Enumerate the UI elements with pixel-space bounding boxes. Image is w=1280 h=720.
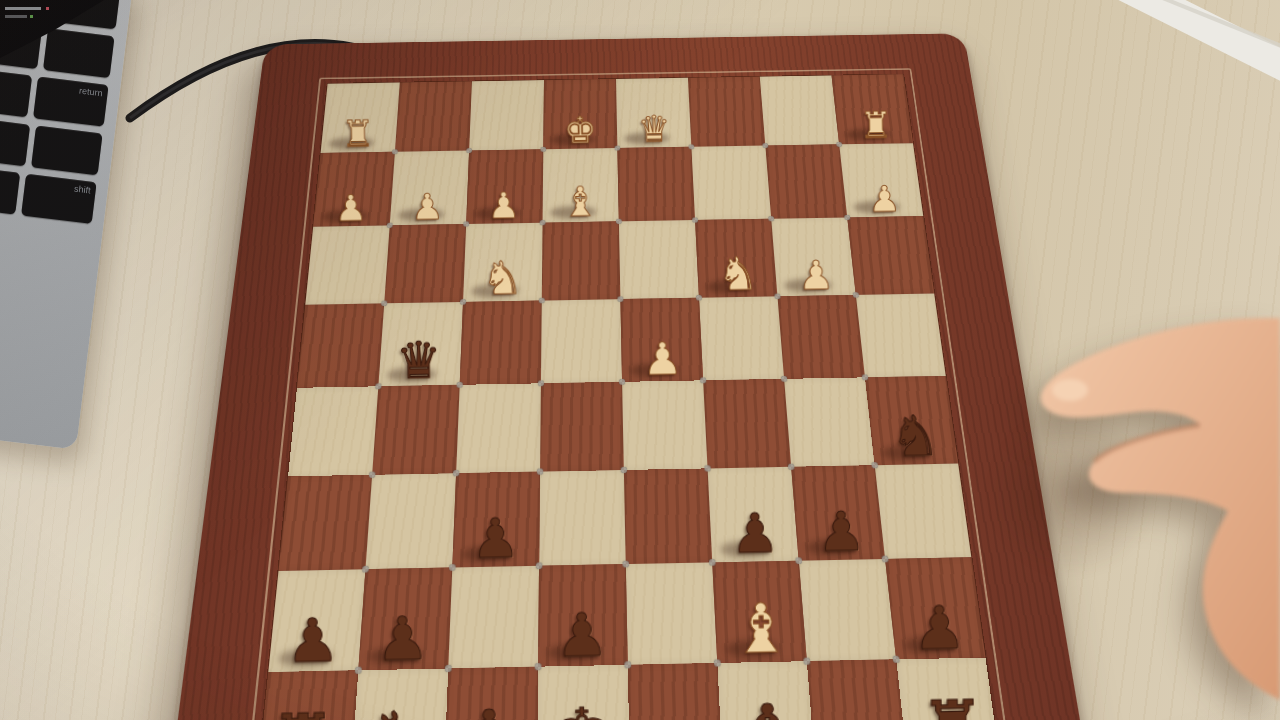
square-b8 [807, 659, 908, 720]
square-a2: ♟ [839, 143, 923, 217]
square-h6 [279, 475, 373, 571]
square-f1 [469, 80, 544, 150]
square-g4: ♛ [378, 302, 463, 386]
square-g1 [395, 81, 472, 152]
square-e7: ♟ [538, 564, 628, 667]
black-rook-a8: ♜ [896, 658, 1000, 720]
square-h4 [297, 303, 384, 387]
square-f5 [456, 383, 541, 473]
square-g5 [372, 385, 460, 475]
white-rook-a1: ♜ [832, 74, 913, 144]
square-d7 [626, 562, 718, 664]
square-c8: ♝ [717, 661, 815, 720]
square-g8: ♞ [351, 668, 449, 720]
square-a1: ♜ [832, 74, 913, 144]
black-pawn-a7: ♟ [885, 557, 985, 659]
square-a3 [847, 216, 934, 295]
square-c7: ♝ [712, 561, 807, 663]
white-pawn-f2: ♟ [466, 149, 543, 224]
square-d8 [628, 663, 723, 720]
square-e8: ♚ [537, 665, 630, 720]
square-h8: ♜ [257, 670, 358, 720]
keyboard-key [0, 168, 20, 215]
square-a7: ♟ [885, 557, 985, 659]
white-queen-d1: ♛ [616, 78, 691, 148]
square-b2 [765, 144, 847, 218]
black-pawn-g7: ♟ [358, 567, 452, 670]
keyboard-key [0, 71, 32, 118]
black-pawn-c6: ♟ [708, 467, 799, 563]
square-b6: ♟ [791, 465, 885, 560]
hexagon-logo [0, 298, 3, 436]
square-d4: ♟ [620, 298, 703, 382]
chess-board: ♜♚♛♜♟♟♟♝♟♞♞♟♛♟♞♟♟♟♟♟♟♝♟♜♞♝♚♝♜ [162, 33, 1097, 720]
keyboard-key-return: return [33, 76, 108, 126]
square-c4 [699, 296, 784, 380]
black-pawn-b6: ♟ [791, 465, 885, 560]
screen-text-line [5, 15, 27, 18]
white-king-e1: ♚ [543, 79, 617, 149]
square-e3 [542, 221, 621, 300]
hand-silhouette [1041, 318, 1280, 700]
board-grid: ♜♚♛♜♟♟♟♝♟♞♞♟♛♟♞♟♟♟♟♟♟♝♟♜♞♝♚♝♜ [257, 74, 1000, 720]
black-queen-g4: ♛ [378, 302, 463, 386]
square-f8: ♝ [444, 667, 538, 720]
square-d3 [619, 220, 699, 299]
square-h3 [305, 225, 389, 304]
square-e4 [541, 299, 622, 383]
black-pawn-h7: ♟ [268, 569, 365, 672]
square-f7 [448, 566, 539, 669]
square-f2: ♟ [466, 149, 543, 224]
square-d5 [622, 380, 707, 470]
square-c3: ♞ [695, 219, 777, 298]
white-pawn-g2: ♟ [390, 151, 469, 226]
square-b4 [777, 295, 865, 379]
square-g6 [365, 473, 456, 569]
square-c2 [691, 146, 771, 220]
square-a8: ♜ [896, 658, 1000, 720]
square-d6 [624, 468, 712, 564]
square-c5 [703, 379, 791, 469]
square-g3 [384, 224, 466, 303]
square-a4 [856, 294, 946, 378]
square-d1: ♛ [616, 78, 691, 148]
square-g2: ♟ [390, 151, 469, 226]
white-knight-c3: ♞ [695, 219, 777, 298]
white-pawn-a2: ♟ [839, 143, 923, 217]
square-c6: ♟ [708, 467, 799, 563]
white-pawn-d4: ♟ [620, 298, 703, 382]
black-rook-h8: ♜ [257, 670, 358, 720]
white-pawn-b3: ♟ [771, 217, 856, 296]
laptop: deletereturnshift [0, 0, 133, 450]
black-pawn-e7: ♟ [538, 564, 628, 667]
black-king-e8: ♚ [537, 665, 630, 720]
black-bishop-f8: ♝ [444, 667, 538, 720]
square-a5: ♞ [865, 376, 958, 465]
square-a6 [875, 464, 972, 559]
desk-scene: { "game": "chess", "scene": { "descripti… [0, 0, 1280, 720]
square-b7 [799, 559, 896, 661]
screen-text-line [5, 7, 41, 10]
white-pawn-h2: ♟ [313, 152, 395, 227]
square-f6: ♟ [452, 472, 540, 568]
black-knight-g8: ♞ [351, 668, 449, 720]
square-b3: ♟ [771, 217, 856, 296]
keyboard-key [31, 125, 103, 175]
black-bishop-c8: ♝ [717, 661, 815, 720]
square-e1: ♚ [543, 79, 617, 149]
black-knight-a5: ♞ [865, 376, 958, 465]
keyboard-key [0, 117, 30, 167]
white-bishop-c7: ♝ [712, 561, 807, 663]
square-h5 [288, 386, 378, 476]
square-h1: ♜ [321, 82, 400, 153]
black-pawn-f6: ♟ [452, 472, 540, 568]
square-f4 [460, 301, 542, 385]
square-h2: ♟ [313, 152, 395, 227]
square-f3: ♞ [463, 223, 543, 302]
keyboard-key-shift: shift [21, 174, 96, 224]
square-e6 [539, 470, 626, 566]
white-knight-f3: ♞ [463, 223, 543, 302]
square-d2 [617, 147, 695, 221]
keyboard-key [43, 28, 115, 78]
white-rook-h1: ♜ [321, 82, 400, 153]
square-g7: ♟ [358, 567, 452, 670]
square-b1 [760, 75, 839, 145]
square-e2: ♝ [543, 148, 619, 223]
square-h7: ♟ [268, 569, 365, 672]
square-e5 [540, 382, 624, 472]
white-bishop-e2: ♝ [543, 148, 619, 223]
square-b5 [784, 377, 875, 466]
square-c1 [688, 77, 765, 147]
